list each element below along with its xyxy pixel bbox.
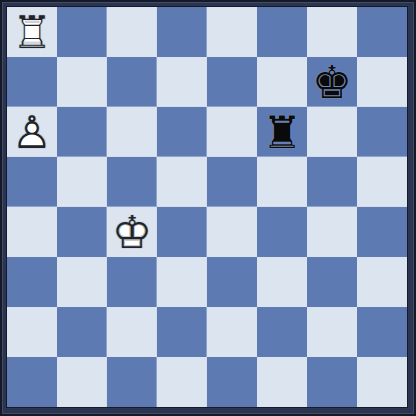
square-g5[interactable]	[307, 157, 357, 207]
king-outline-icon: ♔	[107, 207, 157, 257]
square-f3[interactable]	[257, 257, 307, 307]
square-g8[interactable]	[307, 7, 357, 57]
square-e7[interactable]	[207, 57, 257, 107]
square-b7[interactable]	[57, 57, 107, 107]
square-c1[interactable]	[107, 357, 157, 407]
square-c5[interactable]	[107, 157, 157, 207]
square-d8[interactable]	[157, 7, 207, 57]
rook-outline-icon: ♖	[7, 7, 57, 57]
king-icon: ♚	[107, 207, 157, 257]
white-rook[interactable]: ♜♖	[7, 7, 57, 57]
square-d3[interactable]	[157, 257, 207, 307]
square-a8[interactable]: ♜♖	[7, 7, 57, 57]
square-h5[interactable]	[357, 157, 407, 207]
pawn-outline-icon: ♙	[7, 107, 57, 157]
square-b6[interactable]	[57, 107, 107, 157]
rook-icon: ♜	[7, 7, 57, 57]
square-g3[interactable]	[307, 257, 357, 307]
square-f5[interactable]	[257, 157, 307, 207]
black-rook[interactable]: ♜	[257, 107, 307, 157]
square-f7[interactable]	[257, 57, 307, 107]
square-a4[interactable]	[7, 207, 57, 257]
square-e1[interactable]	[207, 357, 257, 407]
square-h7[interactable]	[357, 57, 407, 107]
square-a3[interactable]	[7, 257, 57, 307]
square-f8[interactable]	[257, 7, 307, 57]
square-g2[interactable]	[307, 307, 357, 357]
chess-board: ♜♖♚♟♙♜♚♔	[7, 7, 407, 407]
square-b8[interactable]	[57, 7, 107, 57]
square-g6[interactable]	[307, 107, 357, 157]
square-h1[interactable]	[357, 357, 407, 407]
square-f1[interactable]	[257, 357, 307, 407]
pawn-icon: ♟	[7, 107, 57, 157]
square-f4[interactable]	[257, 207, 307, 257]
rook-icon: ♜	[257, 107, 307, 157]
square-d5[interactable]	[157, 157, 207, 207]
square-d6[interactable]	[157, 107, 207, 157]
square-b1[interactable]	[57, 357, 107, 407]
square-a7[interactable]	[7, 57, 57, 107]
square-g7[interactable]: ♚	[307, 57, 357, 107]
square-c4[interactable]: ♚♔	[107, 207, 157, 257]
square-e8[interactable]	[207, 7, 257, 57]
black-king[interactable]: ♚	[307, 57, 357, 107]
square-d4[interactable]	[157, 207, 207, 257]
square-d1[interactable]	[157, 357, 207, 407]
square-e2[interactable]	[207, 307, 257, 357]
king-icon: ♚	[307, 57, 357, 107]
square-e5[interactable]	[207, 157, 257, 207]
square-b4[interactable]	[57, 207, 107, 257]
square-e3[interactable]	[207, 257, 257, 307]
square-a5[interactable]	[7, 157, 57, 207]
board-inner-edge: ♜♖♚♟♙♜♚♔	[6, 6, 408, 408]
square-g4[interactable]	[307, 207, 357, 257]
square-c8[interactable]	[107, 7, 157, 57]
square-b2[interactable]	[57, 307, 107, 357]
square-c6[interactable]	[107, 107, 157, 157]
square-h2[interactable]	[357, 307, 407, 357]
square-h3[interactable]	[357, 257, 407, 307]
white-pawn[interactable]: ♟♙	[7, 107, 57, 157]
square-e6[interactable]	[207, 107, 257, 157]
square-c2[interactable]	[107, 307, 157, 357]
square-b3[interactable]	[57, 257, 107, 307]
square-g1[interactable]	[307, 357, 357, 407]
square-a1[interactable]	[7, 357, 57, 407]
square-h6[interactable]	[357, 107, 407, 157]
board-frame: ♜♖♚♟♙♜♚♔	[0, 0, 416, 416]
square-f2[interactable]	[257, 307, 307, 357]
square-d2[interactable]	[157, 307, 207, 357]
white-king[interactable]: ♚♔	[107, 207, 157, 257]
square-e4[interactable]	[207, 207, 257, 257]
square-c3[interactable]	[107, 257, 157, 307]
square-d7[interactable]	[157, 57, 207, 107]
square-h8[interactable]	[357, 7, 407, 57]
square-f6[interactable]: ♜	[257, 107, 307, 157]
square-a6[interactable]: ♟♙	[7, 107, 57, 157]
square-h4[interactable]	[357, 207, 407, 257]
square-a2[interactable]	[7, 307, 57, 357]
square-b5[interactable]	[57, 157, 107, 207]
square-c7[interactable]	[107, 57, 157, 107]
